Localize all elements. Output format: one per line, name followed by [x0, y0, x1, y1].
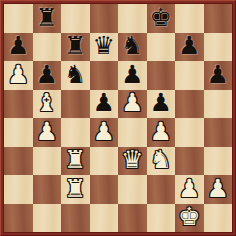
black-pawn[interactable]: ♟: [178, 33, 200, 58]
black-queen[interactable]: ♛: [93, 33, 115, 58]
square-b4[interactable]: ♟: [33, 118, 62, 147]
black-pawn[interactable]: ♟: [121, 62, 143, 87]
square-a6[interactable]: ♟: [4, 61, 33, 90]
square-g6[interactable]: [175, 61, 204, 90]
square-d6[interactable]: [90, 61, 119, 90]
square-a2[interactable]: [4, 175, 33, 204]
square-g8[interactable]: [175, 4, 204, 33]
black-pawn[interactable]: ♟: [207, 62, 229, 87]
square-h1[interactable]: [204, 204, 233, 233]
square-e6[interactable]: ♟: [118, 61, 147, 90]
white-pawn[interactable]: ♟: [7, 62, 29, 87]
square-h2[interactable]: ♟: [204, 175, 233, 204]
black-pawn[interactable]: ♟: [150, 90, 172, 115]
white-king[interactable]: ♚: [178, 204, 200, 229]
square-g2[interactable]: ♟: [175, 175, 204, 204]
square-c6[interactable]: ♞: [61, 61, 90, 90]
square-e3[interactable]: ♛: [118, 147, 147, 176]
white-pawn[interactable]: ♟: [207, 176, 229, 201]
square-a3[interactable]: [4, 147, 33, 176]
square-h6[interactable]: ♟: [204, 61, 233, 90]
square-f5[interactable]: ♟: [147, 90, 176, 119]
square-a5[interactable]: [4, 90, 33, 119]
square-f1[interactable]: [147, 204, 176, 233]
square-b1[interactable]: [33, 204, 62, 233]
square-e4[interactable]: [118, 118, 147, 147]
square-b3[interactable]: [33, 147, 62, 176]
square-a8[interactable]: [4, 4, 33, 33]
square-c2[interactable]: ♜: [61, 175, 90, 204]
chess-board-frame: ♜♚♟♜♛♞♟♟♟♞♟♟♝♟♟♟♟♟♟♜♛♞♜♟♟♚: [0, 0, 236, 236]
square-d1[interactable]: [90, 204, 119, 233]
square-d4[interactable]: ♟: [90, 118, 119, 147]
black-pawn[interactable]: ♟: [36, 62, 58, 87]
square-b2[interactable]: [33, 175, 62, 204]
square-g5[interactable]: [175, 90, 204, 119]
white-bishop[interactable]: ♝: [36, 90, 58, 115]
square-c3[interactable]: ♜: [61, 147, 90, 176]
white-queen[interactable]: ♛: [121, 147, 143, 172]
white-rook[interactable]: ♜: [64, 176, 86, 201]
square-b8[interactable]: ♜: [33, 4, 62, 33]
square-g1[interactable]: ♚: [175, 204, 204, 233]
white-knight[interactable]: ♞: [150, 147, 172, 172]
square-a1[interactable]: [4, 204, 33, 233]
black-rook[interactable]: ♜: [64, 33, 86, 58]
square-h4[interactable]: [204, 118, 233, 147]
white-pawn[interactable]: ♟: [36, 119, 58, 144]
square-f7[interactable]: [147, 33, 176, 62]
black-pawn[interactable]: ♟: [7, 33, 29, 58]
square-h8[interactable]: [204, 4, 233, 33]
square-c8[interactable]: [61, 4, 90, 33]
square-c1[interactable]: [61, 204, 90, 233]
square-c5[interactable]: [61, 90, 90, 119]
square-h5[interactable]: [204, 90, 233, 119]
square-f2[interactable]: [147, 175, 176, 204]
square-b6[interactable]: ♟: [33, 61, 62, 90]
square-e2[interactable]: [118, 175, 147, 204]
square-b5[interactable]: ♝: [33, 90, 62, 119]
square-f4[interactable]: ♟: [147, 118, 176, 147]
square-f8[interactable]: ♚: [147, 4, 176, 33]
square-e8[interactable]: [118, 4, 147, 33]
black-knight[interactable]: ♞: [121, 33, 143, 58]
square-g4[interactable]: [175, 118, 204, 147]
black-king[interactable]: ♚: [150, 5, 172, 30]
chess-board: ♜♚♟♜♛♞♟♟♟♞♟♟♝♟♟♟♟♟♟♜♛♞♜♟♟♚: [3, 3, 233, 233]
square-a7[interactable]: ♟: [4, 33, 33, 62]
white-pawn[interactable]: ♟: [121, 90, 143, 115]
white-pawn[interactable]: ♟: [178, 176, 200, 201]
square-d3[interactable]: [90, 147, 119, 176]
square-d5[interactable]: ♟: [90, 90, 119, 119]
square-e7[interactable]: ♞: [118, 33, 147, 62]
square-c4[interactable]: [61, 118, 90, 147]
square-d7[interactable]: ♛: [90, 33, 119, 62]
square-c7[interactable]: ♜: [61, 33, 90, 62]
square-f3[interactable]: ♞: [147, 147, 176, 176]
square-e5[interactable]: ♟: [118, 90, 147, 119]
black-rook[interactable]: ♜: [36, 5, 58, 30]
square-g7[interactable]: ♟: [175, 33, 204, 62]
black-pawn[interactable]: ♟: [93, 90, 115, 115]
white-pawn[interactable]: ♟: [150, 119, 172, 144]
square-h7[interactable]: [204, 33, 233, 62]
square-h3[interactable]: [204, 147, 233, 176]
black-knight[interactable]: ♞: [64, 62, 86, 87]
square-a4[interactable]: [4, 118, 33, 147]
square-d8[interactable]: [90, 4, 119, 33]
square-g3[interactable]: [175, 147, 204, 176]
square-d2[interactable]: [90, 175, 119, 204]
square-e1[interactable]: [118, 204, 147, 233]
square-f6[interactable]: [147, 61, 176, 90]
white-rook[interactable]: ♜: [64, 147, 86, 172]
white-pawn[interactable]: ♟: [93, 119, 115, 144]
square-b7[interactable]: [33, 33, 62, 62]
